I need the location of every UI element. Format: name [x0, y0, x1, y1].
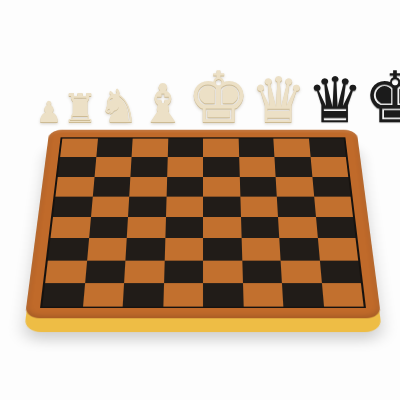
board-square [92, 177, 130, 197]
board-square [310, 157, 348, 176]
board-square [45, 260, 86, 283]
board-square [164, 238, 203, 260]
chess-set-product-photo: ♟ ♜ ♞ ♝ ♚ ♛ ♛ ♚ ♝ ♞ ♜ ♟ [0, 0, 400, 400]
board-square [316, 217, 356, 238]
board-square [91, 196, 130, 217]
board-square [203, 283, 243, 307]
board-square [164, 260, 203, 283]
board-square [132, 139, 168, 158]
board-square [282, 283, 324, 307]
board-square [321, 283, 363, 307]
board-square [242, 260, 282, 283]
board-square [53, 196, 92, 217]
board-square [277, 196, 316, 217]
board-square [50, 217, 90, 238]
board-square [240, 196, 278, 217]
board-square [203, 217, 241, 238]
board-square [308, 139, 345, 158]
board-square [123, 283, 164, 307]
board-square [163, 283, 203, 307]
board-square [130, 157, 167, 176]
board-square [60, 139, 97, 158]
board-square [48, 238, 89, 260]
board-square [94, 157, 131, 176]
board-square [281, 260, 322, 283]
board-square [128, 196, 166, 217]
board-square [203, 260, 242, 283]
board-square [129, 177, 166, 197]
board-square [83, 283, 125, 307]
white-king-piece: ♚ [187, 62, 251, 133]
board-square [166, 177, 203, 197]
board-square [241, 238, 280, 260]
board-square [317, 238, 358, 260]
board-square [167, 139, 203, 158]
board-grid [40, 137, 366, 308]
board-square [127, 217, 166, 238]
board-square [87, 238, 127, 260]
board-square [166, 196, 204, 217]
board-square [274, 157, 311, 176]
board-square [273, 139, 310, 158]
white-queen-piece: ♛ [250, 69, 306, 132]
board-square [279, 238, 319, 260]
board-square [165, 217, 203, 238]
board-square [42, 283, 84, 307]
board-square [312, 177, 351, 197]
board-square [124, 260, 164, 283]
board-square [203, 157, 239, 176]
board-square [203, 196, 241, 217]
board-square [125, 238, 164, 260]
board-square [239, 157, 276, 176]
board-square [89, 217, 128, 238]
board-square [85, 260, 126, 283]
board-square [239, 177, 276, 197]
board-square [58, 157, 96, 176]
board-square [276, 177, 314, 197]
board-square [319, 260, 360, 283]
board-square [203, 177, 240, 197]
board-square [238, 139, 274, 158]
pieces-lineup: ♟ ♜ ♞ ♝ ♚ ♛ ♛ ♚ ♝ ♞ ♜ ♟ [36, 62, 354, 132]
black-king-piece: ♚ [363, 62, 400, 133]
board-square [242, 283, 283, 307]
white-pawn-piece: ♟ [36, 98, 62, 127]
white-bishop-piece: ♝ [139, 77, 187, 130]
board-square [314, 196, 353, 217]
board-square [241, 217, 280, 238]
board-square [203, 238, 242, 260]
board-square [55, 177, 94, 197]
black-queen-piece: ♛ [307, 69, 363, 132]
board-square [96, 139, 133, 158]
board-square [278, 217, 317, 238]
white-knight-piece: ♞ [98, 83, 139, 129]
board-square [203, 139, 239, 158]
board-frame [25, 130, 381, 318]
board-square [167, 157, 203, 176]
white-rook-piece: ♜ [62, 88, 98, 128]
